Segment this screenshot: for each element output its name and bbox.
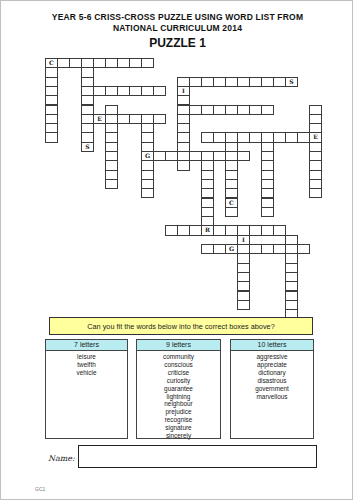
word-item: recognise bbox=[137, 416, 220, 424]
word-item: aggressive bbox=[231, 353, 313, 361]
grid-cell[interactable]: S bbox=[285, 77, 298, 87]
grid-cell[interactable]: S bbox=[81, 142, 94, 152]
name-label: Name: bbox=[48, 454, 75, 463]
grid-cell[interactable] bbox=[153, 86, 166, 96]
word-item: leisure bbox=[46, 353, 127, 361]
wordlist-box-7-letters: 7 letters leisuretwelfthvehicle bbox=[45, 339, 128, 439]
wordlist-heading-9: 9 letters bbox=[137, 340, 220, 351]
word-item: neighbour bbox=[137, 400, 220, 408]
puzzle-number-heading: PUZZLE 1 bbox=[1, 36, 353, 50]
grid-cell[interactable] bbox=[297, 244, 310, 254]
word-item: twelfth bbox=[46, 361, 127, 369]
grid-cell[interactable] bbox=[237, 300, 250, 310]
grid-cell[interactable] bbox=[45, 132, 58, 142]
word-item: guarantee bbox=[137, 385, 220, 393]
word-item: marvellous bbox=[231, 393, 313, 401]
wordlist-words-7: leisuretwelfthvehicle bbox=[46, 353, 127, 377]
worksheet-title-line1: YEAR 5-6 CRISS-CROSS PUZZLE USING WORD L… bbox=[1, 12, 353, 22]
footer-code: GC1 bbox=[35, 486, 45, 492]
word-item: appreciate bbox=[231, 361, 313, 369]
word-item: sincerely bbox=[137, 432, 220, 440]
wordlist-box-9-letters: 9 letters communityconsciouscriticisecur… bbox=[136, 339, 221, 439]
word-item: curiosity bbox=[137, 377, 220, 385]
wordlist-words-10: aggressiveappreciatedictionarydisastrous… bbox=[231, 353, 313, 400]
word-item: signature bbox=[137, 424, 220, 432]
grid-cell[interactable] bbox=[153, 114, 166, 124]
word-item: community bbox=[137, 353, 220, 361]
worksheet-title-line2: NATIONAL CURRICULUM 2014 bbox=[1, 23, 353, 33]
grid-cell[interactable] bbox=[261, 207, 274, 217]
word-item: prejudice bbox=[137, 408, 220, 416]
grid-cell[interactable] bbox=[105, 179, 118, 189]
grid-cell[interactable] bbox=[141, 58, 154, 68]
grid-cell[interactable] bbox=[225, 207, 238, 217]
word-item: government bbox=[231, 385, 313, 393]
grid-cell[interactable] bbox=[309, 188, 322, 198]
name-input-box[interactable] bbox=[78, 445, 317, 468]
crisscross-grid: CSIEESGCRIG bbox=[45, 58, 325, 320]
instruction-banner: Can you fit the words below into the cor… bbox=[49, 317, 313, 335]
word-item: conscious bbox=[137, 361, 220, 369]
word-item: disastrous bbox=[231, 377, 313, 385]
wordlist-heading-7: 7 letters bbox=[46, 340, 127, 351]
grid-cell[interactable] bbox=[237, 151, 250, 161]
grid-cell[interactable] bbox=[261, 105, 274, 115]
word-item: criticise bbox=[137, 369, 220, 377]
wordlist-box-10-letters: 10 letters aggressiveappreciatedictionar… bbox=[230, 339, 314, 439]
word-item: lightning bbox=[137, 393, 220, 401]
word-item: dictionary bbox=[231, 369, 313, 377]
grid-cell[interactable] bbox=[141, 188, 154, 198]
wordlist-heading-10: 10 letters bbox=[231, 340, 313, 351]
grid-cell[interactable] bbox=[177, 160, 190, 170]
wordlist-words-9: communityconsciouscriticisecuriosityguar… bbox=[137, 353, 220, 440]
word-item: vehicle bbox=[46, 369, 127, 377]
worksheet-page: YEAR 5-6 CRISS-CROSS PUZZLE USING WORD L… bbox=[0, 0, 353, 500]
